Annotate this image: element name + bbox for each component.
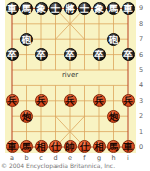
piece-black-cannon-h7[interactable]: 砲: [107, 33, 120, 46]
rank-label-9: 9: [139, 4, 147, 12]
xiangqi-diagram: 車馬象士將士象馬車砲砲卒卒卒卒卒兵兵兵兵兵炮炮車馬相仕帥仕相馬車 river 9…: [0, 0, 150, 171]
piece-black-chariot-i9[interactable]: 車: [122, 2, 135, 15]
piece-black-general-e9[interactable]: 將: [64, 2, 77, 15]
rank-label-4: 4: [139, 81, 147, 89]
piece-red-general-e0[interactable]: 帥: [64, 140, 77, 153]
file-label-a: a: [10, 154, 14, 162]
piece-red-advisor-d0[interactable]: 仕: [49, 140, 62, 153]
piece-red-soldier-i3[interactable]: 兵: [122, 94, 135, 107]
piece-red-advisor-f0[interactable]: 仕: [78, 140, 91, 153]
rank-label-2: 2: [139, 112, 147, 120]
piece-black-horse-h9[interactable]: 馬: [107, 2, 120, 15]
piece-red-elephant-g0[interactable]: 相: [93, 140, 106, 153]
file-label-f: f: [83, 154, 85, 162]
piece-black-soldier-a6[interactable]: 卒: [6, 48, 19, 61]
rank-label-7: 7: [139, 35, 147, 43]
piece-black-cannon-b7[interactable]: 砲: [20, 33, 33, 46]
piece-red-soldier-e3[interactable]: 兵: [64, 94, 77, 107]
file-label-g: g: [97, 154, 101, 162]
file-label-h: h: [111, 154, 115, 162]
piece-black-elephant-g9[interactable]: 象: [93, 2, 106, 15]
piece-red-soldier-g3[interactable]: 兵: [93, 94, 106, 107]
piece-black-elephant-c9[interactable]: 象: [35, 2, 48, 15]
piece-red-cannon-h2[interactable]: 炮: [107, 110, 120, 123]
piece-red-horse-h0[interactable]: 馬: [107, 140, 120, 153]
piece-black-advisor-f9[interactable]: 士: [78, 2, 91, 15]
piece-red-elephant-c0[interactable]: 相: [35, 140, 48, 153]
piece-red-soldier-c3[interactable]: 兵: [35, 94, 48, 107]
piece-red-chariot-i0[interactable]: 車: [122, 140, 135, 153]
rank-label-3: 3: [139, 97, 147, 105]
file-label-c: c: [39, 154, 43, 162]
river-label: river: [62, 71, 78, 79]
piece-red-chariot-a0[interactable]: 車: [6, 140, 19, 153]
rank-label-5: 5: [139, 66, 147, 74]
piece-black-soldier-i6[interactable]: 卒: [122, 48, 135, 61]
file-label-i: i: [127, 154, 129, 162]
piece-black-soldier-g6[interactable]: 卒: [93, 48, 106, 61]
copyright-text: © 2004 Encyclopædia Britannica, Inc.: [1, 162, 115, 169]
piece-black-soldier-c6[interactable]: 卒: [35, 48, 48, 61]
piece-red-cannon-b2[interactable]: 炮: [20, 110, 33, 123]
file-label-b: b: [24, 154, 28, 162]
file-label-d: d: [53, 154, 57, 162]
rank-label-1: 1: [139, 128, 147, 136]
piece-black-chariot-a9[interactable]: 車: [6, 2, 19, 15]
piece-red-soldier-a3[interactable]: 兵: [6, 94, 19, 107]
rank-label-8: 8: [139, 20, 147, 28]
piece-black-horse-b9[interactable]: 馬: [20, 2, 33, 15]
rank-label-0: 0: [139, 143, 147, 151]
piece-black-soldier-e6[interactable]: 卒: [64, 48, 77, 61]
piece-black-advisor-d9[interactable]: 士: [49, 2, 62, 15]
rank-label-6: 6: [139, 51, 147, 59]
file-label-e: e: [68, 154, 72, 162]
piece-red-horse-b0[interactable]: 馬: [20, 140, 33, 153]
